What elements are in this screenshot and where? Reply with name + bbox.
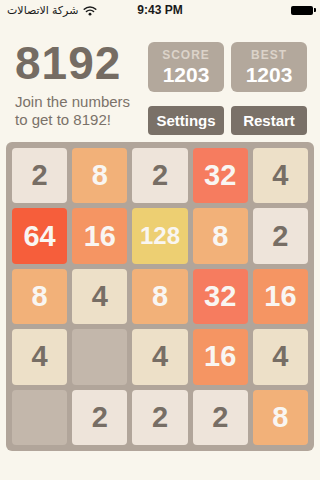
subtitle: Join the numbers to get to 8192! (15, 93, 130, 129)
header: 8192 Join the numbers to get to 8192! SC… (0, 20, 320, 142)
tile-128: 128 (132, 208, 187, 263)
tile-16: 16 (253, 269, 308, 324)
tile-2: 2 (253, 208, 308, 263)
tile-4: 4 (132, 329, 187, 384)
score-label: SCORE (162, 48, 210, 62)
carrier-group: شركة الاتصالات (7, 4, 97, 17)
tile-64: 64 (12, 208, 67, 263)
best-box: BEST 1203 (231, 42, 307, 92)
score-row: SCORE 1203 BEST 1203 (148, 42, 307, 92)
subtitle-line-2: to get to 8192! (15, 111, 130, 129)
tile-8: 8 (193, 208, 248, 263)
wifi-icon (83, 5, 97, 16)
score-box: SCORE 1203 (148, 42, 224, 92)
subtitle-line-1: Join the numbers (15, 93, 130, 111)
tile-8: 8 (253, 390, 308, 445)
tile-16: 16 (72, 208, 127, 263)
board[interactable]: 2823246416128828483216441642228 (6, 142, 314, 451)
tile-8: 8 (132, 269, 187, 324)
restart-button[interactable]: Restart (231, 106, 307, 135)
empty-cell (72, 329, 127, 384)
tile-2: 2 (132, 148, 187, 203)
tile-32: 32 (193, 148, 248, 203)
tile-4: 4 (253, 148, 308, 203)
header-left: 8192 Join the numbers to get to 8192! (15, 20, 130, 142)
best-value: 1203 (246, 63, 293, 87)
tile-8: 8 (72, 148, 127, 203)
page-title: 8192 (15, 38, 130, 89)
carrier-name: شركة الاتصالات (7, 4, 78, 17)
battery-icon (291, 6, 313, 15)
settings-button[interactable]: Settings (148, 106, 224, 135)
button-row: Settings Restart (148, 106, 307, 135)
tile-4: 4 (12, 329, 67, 384)
status-bar: شركة الاتصالات 9:43 PM (0, 0, 320, 20)
tile-2: 2 (193, 390, 248, 445)
best-label: BEST (251, 48, 287, 62)
header-right: SCORE 1203 BEST 1203 Settings Restart (148, 20, 307, 142)
tile-2: 2 (132, 390, 187, 445)
score-value: 1203 (163, 63, 210, 87)
tile-32: 32 (193, 269, 248, 324)
tile-4: 4 (253, 329, 308, 384)
tile-2: 2 (12, 148, 67, 203)
tile-16: 16 (193, 329, 248, 384)
tile-4: 4 (72, 269, 127, 324)
tile-8: 8 (12, 269, 67, 324)
tile-2: 2 (72, 390, 127, 445)
empty-cell (12, 390, 67, 445)
